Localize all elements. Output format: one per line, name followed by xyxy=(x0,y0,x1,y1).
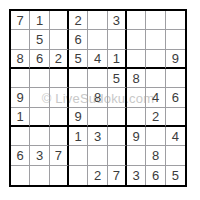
cell-r2c7[interactable] xyxy=(127,30,146,49)
cell-r9c1[interactable] xyxy=(11,166,30,185)
cell-r4c6[interactable]: 5 xyxy=(108,69,127,88)
cell-r4c8[interactable] xyxy=(146,69,165,88)
cell-r1c6[interactable]: 3 xyxy=(108,11,127,30)
cell-r9c8[interactable]: 6 xyxy=(146,166,165,185)
cell-r2c2[interactable]: 5 xyxy=(30,30,49,49)
cell-r6c3[interactable] xyxy=(50,108,69,127)
cell-r6c8[interactable]: 2 xyxy=(146,108,165,127)
cell-r6c6[interactable] xyxy=(108,108,127,127)
cell-r1c8[interactable] xyxy=(146,11,165,30)
cell-r6c9[interactable] xyxy=(166,108,185,127)
cell-r5c1[interactable]: 9 xyxy=(11,88,30,107)
cell-r4c4[interactable] xyxy=(69,69,88,88)
cell-r2c3[interactable] xyxy=(50,30,69,49)
cell-r8c5[interactable] xyxy=(88,146,107,165)
cell-r5c8[interactable]: 4 xyxy=(146,88,165,107)
cell-r9c2[interactable] xyxy=(30,166,49,185)
sudoku-screenshot: 71235686254195898461921394637827365 © Li… xyxy=(0,0,200,200)
cell-r3c4[interactable]: 5 xyxy=(69,50,88,69)
cell-r5c4[interactable] xyxy=(69,88,88,107)
cell-r2c1[interactable] xyxy=(11,30,30,49)
cell-r5c9[interactable]: 6 xyxy=(166,88,185,107)
cell-r6c7[interactable] xyxy=(127,108,146,127)
cell-r1c3[interactable] xyxy=(50,11,69,30)
cell-r6c2[interactable] xyxy=(30,108,49,127)
cell-r7c8[interactable] xyxy=(146,127,165,146)
cell-r9c3[interactable] xyxy=(50,166,69,185)
cell-r3c6[interactable]: 1 xyxy=(108,50,127,69)
cell-r7c5[interactable]: 3 xyxy=(88,127,107,146)
cell-r4c1[interactable] xyxy=(11,69,30,88)
cell-r5c2[interactable] xyxy=(30,88,49,107)
cell-r1c7[interactable] xyxy=(127,11,146,30)
cell-r3c1[interactable]: 8 xyxy=(11,50,30,69)
cell-r7c6[interactable] xyxy=(108,127,127,146)
cell-r7c7[interactable]: 9 xyxy=(127,127,146,146)
cell-r8c7[interactable] xyxy=(127,146,146,165)
cell-r2c5[interactable] xyxy=(88,30,107,49)
cell-r9c7[interactable]: 3 xyxy=(127,166,146,185)
cell-r8c4[interactable] xyxy=(69,146,88,165)
cell-r8c1[interactable]: 6 xyxy=(11,146,30,165)
cell-r2c6[interactable] xyxy=(108,30,127,49)
cell-r1c9[interactable] xyxy=(166,11,185,30)
cell-r3c2[interactable]: 6 xyxy=(30,50,49,69)
cell-r5c5[interactable]: 8 xyxy=(88,88,107,107)
cell-r5c3[interactable] xyxy=(50,88,69,107)
cell-r5c6[interactable] xyxy=(108,88,127,107)
cell-r7c3[interactable] xyxy=(50,127,69,146)
cell-r3c3[interactable]: 2 xyxy=(50,50,69,69)
cell-r4c2[interactable] xyxy=(30,69,49,88)
cell-r9c6[interactable]: 7 xyxy=(108,166,127,185)
cell-r2c4[interactable]: 6 xyxy=(69,30,88,49)
cell-r7c9[interactable]: 4 xyxy=(166,127,185,146)
cell-r2c9[interactable] xyxy=(166,30,185,49)
cell-r8c2[interactable]: 3 xyxy=(30,146,49,165)
cell-r4c3[interactable] xyxy=(50,69,69,88)
cell-r4c7[interactable]: 8 xyxy=(127,69,146,88)
cell-r1c1[interactable]: 7 xyxy=(11,11,30,30)
cell-r9c4[interactable] xyxy=(69,166,88,185)
cell-r2c8[interactable] xyxy=(146,30,165,49)
cell-r7c1[interactable] xyxy=(11,127,30,146)
cell-r7c2[interactable] xyxy=(30,127,49,146)
cell-r3c9[interactable]: 9 xyxy=(166,50,185,69)
cell-r7c4[interactable]: 1 xyxy=(69,127,88,146)
cell-r5c7[interactable] xyxy=(127,88,146,107)
cell-r3c8[interactable] xyxy=(146,50,165,69)
cell-r8c9[interactable] xyxy=(166,146,185,165)
cell-r4c5[interactable] xyxy=(88,69,107,88)
cell-r4c9[interactable] xyxy=(166,69,185,88)
cell-r6c1[interactable]: 1 xyxy=(11,108,30,127)
cell-r1c4[interactable]: 2 xyxy=(69,11,88,30)
cell-r1c5[interactable] xyxy=(88,11,107,30)
sudoku-board: 71235686254195898461921394637827365 xyxy=(9,9,187,187)
cell-r6c5[interactable] xyxy=(88,108,107,127)
cell-r8c3[interactable]: 7 xyxy=(50,146,69,165)
cell-r6c4[interactable]: 9 xyxy=(69,108,88,127)
cell-r9c9[interactable]: 5 xyxy=(166,166,185,185)
cell-r3c7[interactable] xyxy=(127,50,146,69)
cell-r9c5[interactable]: 2 xyxy=(88,166,107,185)
cell-r8c8[interactable]: 8 xyxy=(146,146,165,165)
cell-r1c2[interactable]: 1 xyxy=(30,11,49,30)
cell-r3c5[interactable]: 4 xyxy=(88,50,107,69)
cell-r8c6[interactable] xyxy=(108,146,127,165)
